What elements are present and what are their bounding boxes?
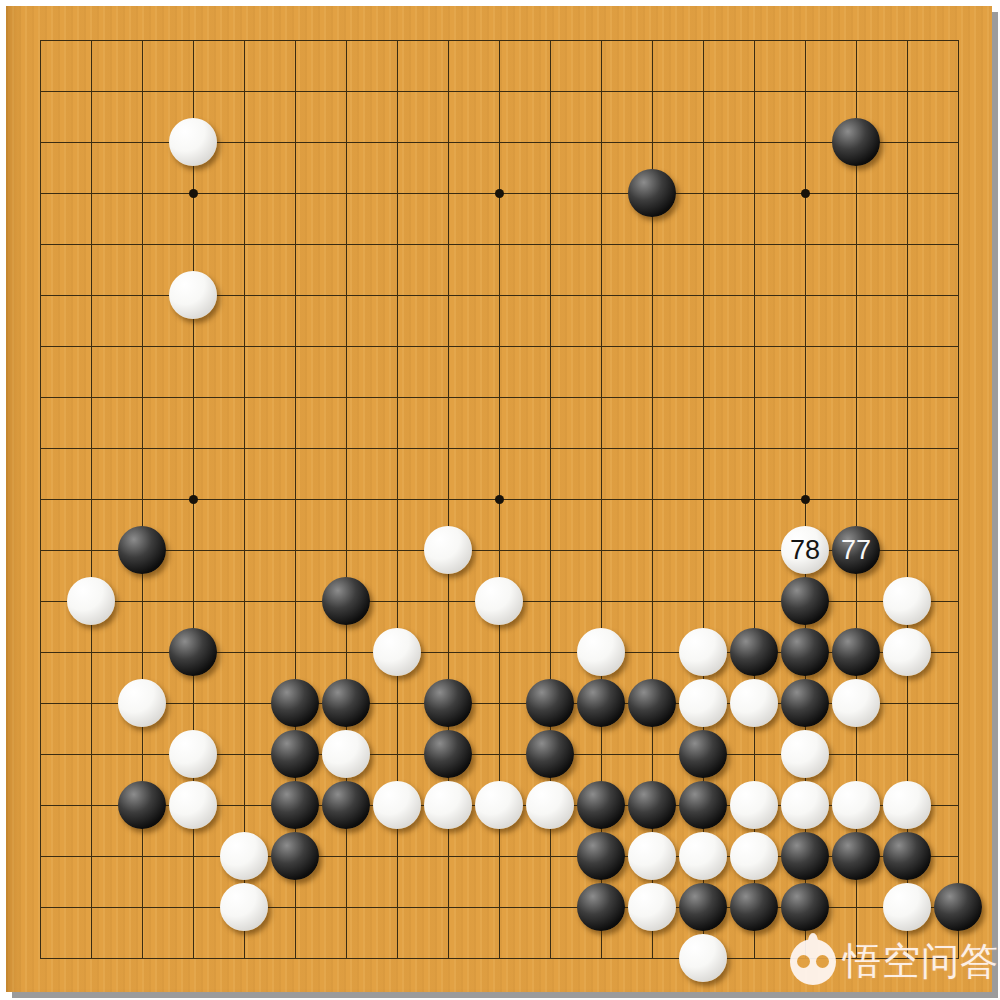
stone-white	[883, 781, 931, 829]
stone-black	[832, 118, 880, 166]
stone-black	[271, 832, 319, 880]
stone-white	[628, 883, 676, 931]
stone-white	[424, 526, 472, 574]
stone-black	[271, 679, 319, 727]
stone-white	[322, 730, 370, 778]
stone-black	[577, 781, 625, 829]
stone-white	[679, 832, 727, 880]
stone-black	[118, 781, 166, 829]
stone-white	[883, 883, 931, 931]
grid-line-vertical	[958, 40, 959, 959]
star-point	[801, 189, 810, 198]
stone-black	[424, 730, 472, 778]
move-number-label: 77	[841, 537, 871, 564]
stone-black	[832, 628, 880, 676]
stone-white	[220, 832, 268, 880]
stone-white	[220, 883, 268, 931]
stone-white	[781, 781, 829, 829]
go-diagram-page: 7877 悟空问答	[0, 0, 1000, 1000]
stone-white	[628, 832, 676, 880]
stone-white	[781, 730, 829, 778]
stone-white	[373, 781, 421, 829]
star-point	[189, 495, 198, 504]
wukong-monkey-logo-icon	[790, 939, 836, 985]
stone-white	[169, 730, 217, 778]
stone-black	[628, 781, 676, 829]
stone-white	[679, 934, 727, 982]
stone-black	[424, 679, 472, 727]
star-point	[495, 189, 504, 198]
stone-black	[730, 628, 778, 676]
star-point	[495, 495, 504, 504]
stone-black	[628, 679, 676, 727]
stone-black	[781, 883, 829, 931]
stone-black	[322, 577, 370, 625]
stone-black	[577, 679, 625, 727]
stone-black	[118, 526, 166, 574]
stone-white	[730, 679, 778, 727]
stone-black	[577, 832, 625, 880]
stone-black	[628, 169, 676, 217]
stone-black	[577, 883, 625, 931]
stone-black	[679, 883, 727, 931]
stone-white	[169, 271, 217, 319]
stone-black	[781, 679, 829, 727]
stone-black	[934, 883, 982, 931]
stone-white	[526, 781, 574, 829]
stone-white	[679, 628, 727, 676]
stone-black	[781, 832, 829, 880]
stone-black	[781, 577, 829, 625]
star-point	[189, 189, 198, 198]
star-point	[801, 495, 810, 504]
stone-black	[832, 832, 880, 880]
stone-white	[169, 118, 217, 166]
stone-white	[475, 781, 523, 829]
stone-white	[679, 679, 727, 727]
stone-black	[526, 730, 574, 778]
stone-black	[322, 679, 370, 727]
stone-white	[424, 781, 472, 829]
stone-black	[271, 781, 319, 829]
stone-white	[67, 577, 115, 625]
stone-white	[475, 577, 523, 625]
stone-black: 77	[832, 526, 880, 574]
stone-white	[118, 679, 166, 727]
stone-black	[679, 781, 727, 829]
stone-white	[373, 628, 421, 676]
stone-black	[781, 628, 829, 676]
stone-black	[730, 883, 778, 931]
stone-white	[169, 781, 217, 829]
stone-white	[883, 577, 931, 625]
stone-black	[169, 628, 217, 676]
stone-black	[526, 679, 574, 727]
watermark: 悟空问答	[790, 936, 999, 987]
stone-white	[883, 628, 931, 676]
stone-black	[271, 730, 319, 778]
stone-white	[730, 781, 778, 829]
stone-white: 78	[781, 526, 829, 574]
stone-black	[679, 730, 727, 778]
stone-white	[832, 781, 880, 829]
stone-black	[883, 832, 931, 880]
move-number-label: 78	[790, 537, 820, 564]
stone-white	[730, 832, 778, 880]
stone-white	[832, 679, 880, 727]
stone-white	[577, 628, 625, 676]
stone-black	[322, 781, 370, 829]
watermark-text: 悟空问答	[843, 936, 999, 987]
